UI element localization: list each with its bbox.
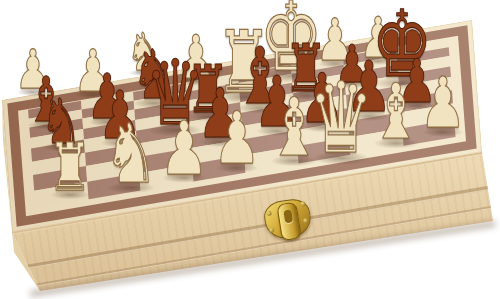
light-knight-glyph: ♞ [127,26,162,78]
latch-hasp-hole [283,209,293,223]
light-pawn-glyph: ♟ [15,43,51,97]
product-photo: ♟♟♞♟♜♚♟♟♝♛♝♟♜♞♟♟♝♞♟♟♞♛♜♟♝♟♜♟♟♟♚♟ [0,0,500,299]
brass-latch [258,192,317,250]
